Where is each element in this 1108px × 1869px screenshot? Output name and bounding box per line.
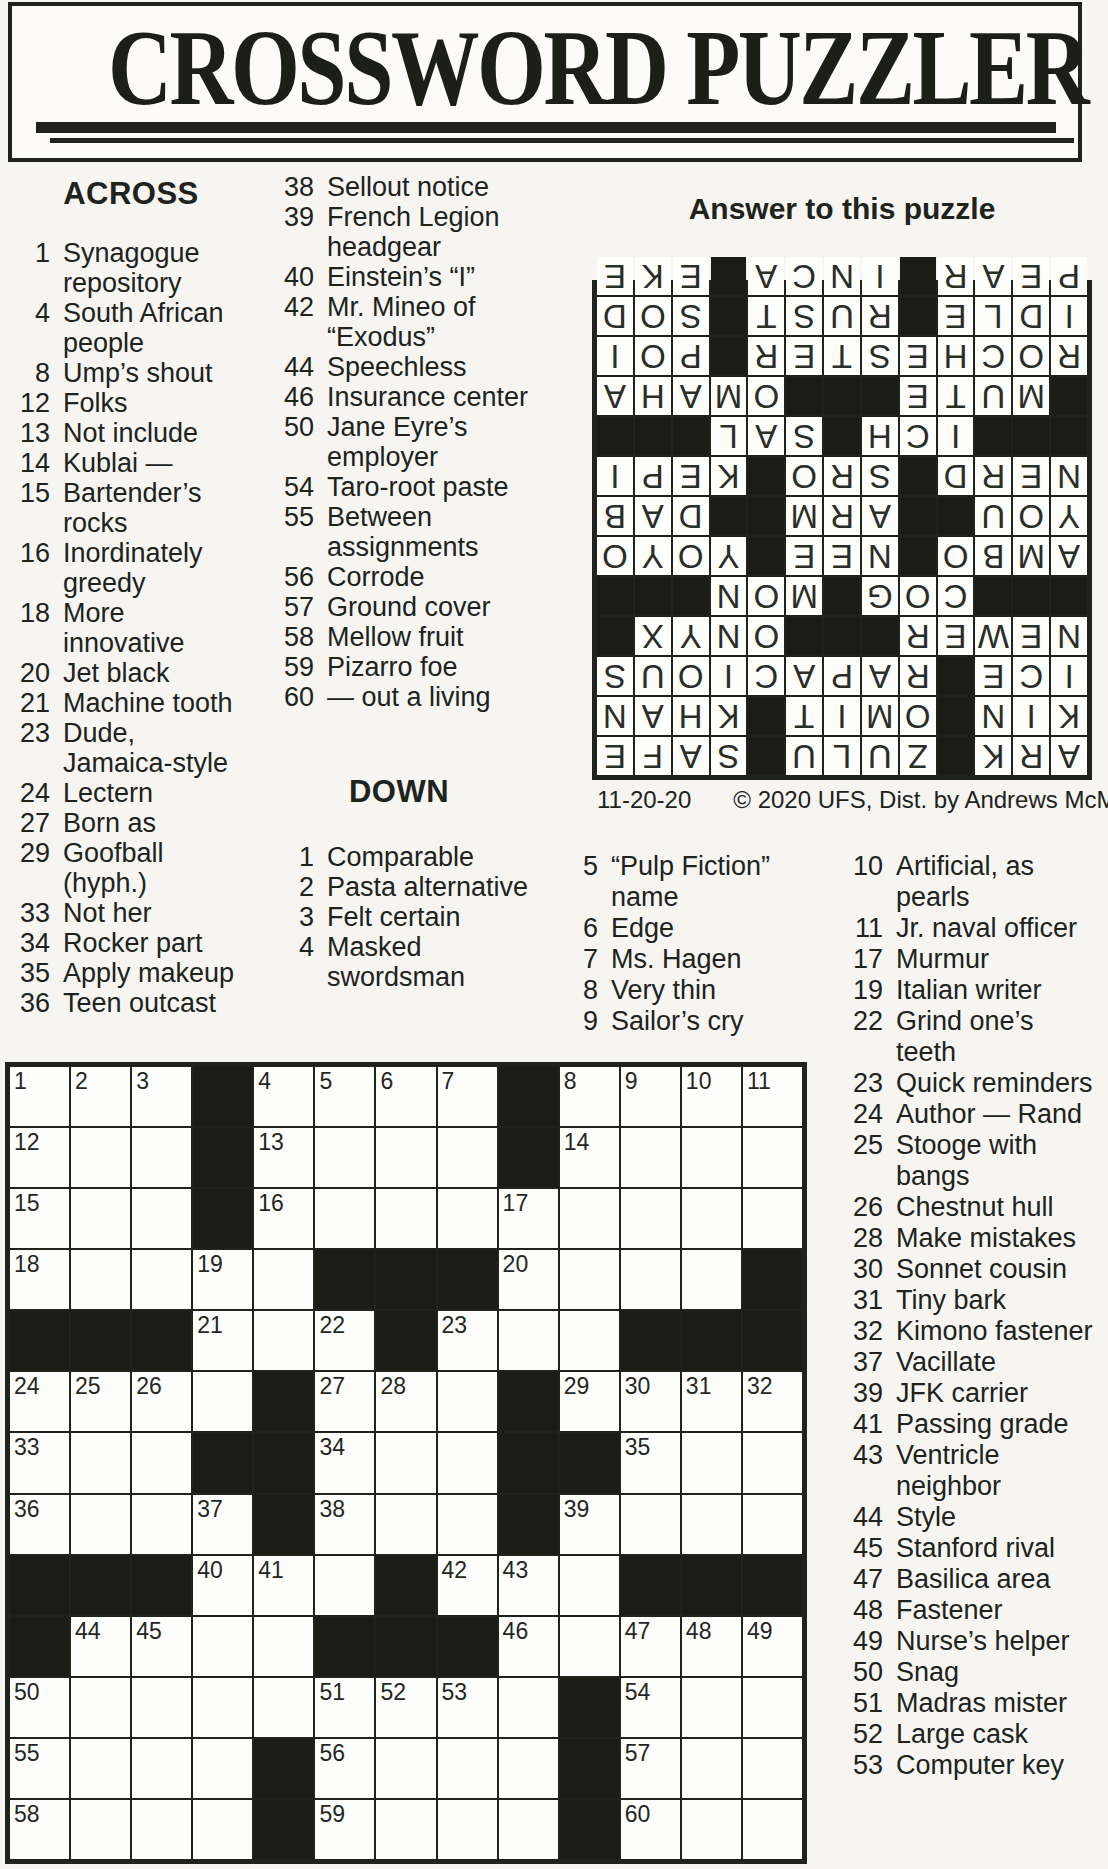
- answer-grid-cell-r12c4: E: [938, 297, 974, 335]
- main-grid-cell-r5c8[interactable]: 23: [438, 1311, 497, 1370]
- main-grid-cell-r5c9[interactable]: [499, 1311, 558, 1370]
- clue-number: 58: [264, 622, 327, 652]
- main-grid-cell-r6c8[interactable]: [438, 1372, 497, 1431]
- main-grid-cell-r4c4[interactable]: 19: [193, 1250, 252, 1309]
- main-grid-cell-r13c12[interactable]: [682, 1800, 741, 1859]
- main-grid-cell-r3c4-block: [193, 1189, 252, 1248]
- down-clue-28: 28Make mistakes: [833, 1223, 1108, 1254]
- clue-text: Mr. Mineo of “Exodus”: [327, 292, 532, 352]
- answer-grid-cell-r4c3: W: [975, 617, 1011, 655]
- main-grid-cell-r11c3[interactable]: [132, 1678, 191, 1737]
- clue-text: Quick reminders: [896, 1068, 1096, 1099]
- main-grid-cell-r1c7[interactable]: 6: [376, 1067, 435, 1126]
- answer-grid-cell-r8c4: D: [938, 457, 974, 495]
- main-grid-cell-r7c11[interactable]: 35: [621, 1433, 680, 1492]
- main-grid-cell-r8c13[interactable]: [743, 1495, 802, 1554]
- main-grid-cell-r1c5[interactable]: 4: [254, 1067, 313, 1126]
- main-grid-cell-r12c10-block: [560, 1739, 619, 1798]
- main-grid-cell-r4c12[interactable]: [682, 1250, 741, 1309]
- clue-text: Kublai —: [63, 448, 249, 478]
- masthead-rule-thin: [50, 138, 1074, 143]
- clue-text: Artificial, as pearls: [896, 851, 1096, 913]
- clue-number: 54: [264, 472, 327, 502]
- main-grid-cell-r4c5[interactable]: [254, 1250, 313, 1309]
- main-grid-cell-r10c2[interactable]: 44: [71, 1617, 130, 1676]
- clue-text: Murmur: [896, 944, 1096, 975]
- main-grid-cell-r11c1[interactable]: 50: [10, 1678, 69, 1737]
- clue-text: Very thin: [611, 975, 806, 1006]
- main-grid-cell-r7c10-block: [560, 1433, 619, 1492]
- down-clue-47: 47Basilica area: [833, 1564, 1108, 1595]
- cell-number-17: 17: [503, 1191, 529, 1215]
- main-grid-cell-r12c8[interactable]: [438, 1739, 497, 1798]
- across-clue-38: 38Sellout notice: [264, 172, 534, 202]
- cell-number-45: 45: [136, 1619, 162, 1643]
- clue-number: 33: [0, 898, 63, 928]
- main-grid-cell-r1c13[interactable]: 11: [743, 1067, 802, 1126]
- down-clue-52: 52Large cask: [833, 1719, 1108, 1750]
- clue-text: Mellow fruit: [327, 622, 532, 652]
- main-grid-cell-r10c10[interactable]: [560, 1617, 619, 1676]
- main-grid-cell-r2c12[interactable]: [682, 1128, 741, 1187]
- main-grid-cell-r4c6-block: [315, 1250, 374, 1309]
- cell-number-47: 47: [625, 1619, 651, 1643]
- answer-grid-cell-r12c1: I: [1051, 297, 1087, 335]
- main-grid-cell-r6c10[interactable]: 29: [560, 1372, 619, 1431]
- main-grid-cell-r7c6[interactable]: 34: [315, 1433, 374, 1492]
- main-grid-cell-r2c5[interactable]: 13: [254, 1128, 313, 1187]
- down-clue-45: 45Stanford rival: [833, 1533, 1108, 1564]
- main-grid-cell-r12c3[interactable]: [132, 1739, 191, 1798]
- cell-number-21: 21: [197, 1313, 223, 1337]
- across-clue-12: 12Folks: [0, 388, 250, 418]
- answer-grid-cell-r9c8: S: [786, 417, 822, 455]
- main-grid-cell-r12c1[interactable]: 55: [10, 1739, 69, 1798]
- across-clue-15: 15Bartender’s rocks: [0, 478, 250, 538]
- cell-number-34: 34: [319, 1435, 345, 1459]
- answer-grid-cell-r2c5: O: [900, 697, 936, 735]
- main-grid-cell-r6c11[interactable]: 30: [621, 1372, 680, 1431]
- answer-heading: Answer to this puzzle: [592, 192, 1092, 226]
- main-grid-cell-r11c11[interactable]: 54: [621, 1678, 680, 1737]
- main-grid-cell-r2c6[interactable]: [315, 1128, 374, 1187]
- main-grid-cell-r10c4[interactable]: [193, 1617, 252, 1676]
- main-grid-cell-r3c7[interactable]: [376, 1189, 435, 1248]
- main-grid-cell-r4c11[interactable]: [621, 1250, 680, 1309]
- clue-number: 46: [264, 382, 327, 412]
- answer-grid-cell-r5c8: M: [786, 577, 822, 615]
- main-grid-cell-r10c3[interactable]: 45: [132, 1617, 191, 1676]
- main-grid-cell-r11c5[interactable]: [254, 1678, 313, 1737]
- main-grid-cell-r7c3[interactable]: [132, 1433, 191, 1492]
- main-grid-cell-r3c11[interactable]: [621, 1189, 680, 1248]
- answer-grid-cell-r9c12-block: [635, 417, 671, 455]
- clue-text: Jane Eyre’s employer: [327, 412, 532, 472]
- clue-text: South African people: [63, 298, 249, 358]
- main-grid-cell-r1c3[interactable]: 3: [132, 1067, 191, 1126]
- clue-text: Grind one’s teeth: [896, 1006, 1096, 1068]
- main-grid-cell-r2c1[interactable]: 12: [10, 1128, 69, 1187]
- clue-number: 37: [833, 1347, 896, 1378]
- main-grid-cell-r1c1[interactable]: 1: [10, 1067, 69, 1126]
- main-grid-cell-r12c2[interactable]: [71, 1739, 130, 1798]
- answer-grid-cell-r6c4: O: [938, 537, 974, 575]
- answer-grid-cell-r13c7: N: [824, 257, 860, 295]
- clue-text: More innovative: [63, 598, 249, 658]
- main-grid-cell-r6c7[interactable]: 28: [376, 1372, 435, 1431]
- clue-text: Passing grade: [896, 1409, 1096, 1440]
- answer-grid-cell-r3c6: A: [862, 657, 898, 695]
- answer-grid-cell-r6c12: Y: [635, 537, 671, 575]
- clue-number: 43: [833, 1440, 896, 1502]
- main-grid-cell-r10c12[interactable]: 48: [682, 1617, 741, 1676]
- main-grid-cell-r8c8[interactable]: [438, 1495, 497, 1554]
- clue-text: Apply makeup: [63, 958, 249, 988]
- cell-number-55: 55: [14, 1741, 40, 1765]
- answer-grid-cell-r6c13: O: [597, 537, 633, 575]
- main-grid-cell-r9c11-block: [621, 1556, 680, 1615]
- main-grid-cell-r4c2[interactable]: [71, 1250, 130, 1309]
- cell-number-37: 37: [197, 1497, 223, 1521]
- main-grid-cell-r1c6[interactable]: 5: [315, 1067, 374, 1126]
- main-grid-cell-r2c8[interactable]: [438, 1128, 497, 1187]
- answer-grid-cell-r13c12: K: [635, 257, 671, 295]
- clue-text: Ground cover: [327, 592, 532, 622]
- main-grid-cell-r13c2[interactable]: [71, 1800, 130, 1859]
- main-grid-cell-r7c8[interactable]: [438, 1433, 497, 1492]
- main-grid-cell-r2c13[interactable]: [743, 1128, 802, 1187]
- main-grid-cell-r8c11[interactable]: [621, 1495, 680, 1554]
- answer-grid-cell-r10c13: A: [597, 377, 633, 415]
- cell-number-6: 6: [380, 1069, 393, 1093]
- cell-number-9: 9: [625, 1069, 638, 1093]
- main-grid-cell-r13c6[interactable]: 59: [315, 1800, 374, 1859]
- down-clue-3: 3Felt certain: [264, 902, 534, 932]
- main-grid-cell-r7c9-block: [499, 1433, 558, 1492]
- answer-grid-cell-r1c2: R: [1013, 737, 1049, 775]
- clue-text: Style: [896, 1502, 1096, 1533]
- clue-text: Born as: [63, 808, 249, 838]
- main-grid-cell-r6c6[interactable]: 27: [315, 1372, 374, 1431]
- main-grid-cell-r12c13[interactable]: [743, 1739, 802, 1798]
- answer-grid-cell-r7c9-block: [748, 497, 784, 535]
- main-grid-cell-r9c6[interactable]: [315, 1556, 374, 1615]
- clue-text: Masked swordsman: [327, 932, 532, 992]
- answer-grid-cell-r10c6-block: [862, 377, 898, 415]
- main-grid-cell-r1c2[interactable]: 2: [71, 1067, 130, 1126]
- answer-grid-cell-r6c10: Y: [711, 537, 747, 575]
- main-grid-cell-r10c7-block: [376, 1617, 435, 1676]
- answer-grid-cell-r1c1: A: [1051, 737, 1087, 775]
- answer-grid-cell-r13c13: E: [597, 257, 633, 295]
- cell-number-51: 51: [319, 1680, 345, 1704]
- cell-number-39: 39: [564, 1497, 590, 1521]
- clue-text: Pasta alternative: [327, 872, 532, 902]
- main-grid-cell-r4c9[interactable]: 20: [499, 1250, 558, 1309]
- main-grid-cell-r3c6[interactable]: [315, 1189, 374, 1248]
- main-grid-cell-r5c4[interactable]: 21: [193, 1311, 252, 1370]
- across-clue-40: 40Einstein’s “I”: [264, 262, 534, 292]
- main-grid-cell-r3c3[interactable]: [132, 1189, 191, 1248]
- clue-number: 31: [833, 1285, 896, 1316]
- answer-grid-cell-r9c9: A: [748, 417, 784, 455]
- answer-grid-cell-r2c12: A: [635, 697, 671, 735]
- main-grid-cell-r13c1[interactable]: 58: [10, 1800, 69, 1859]
- main-grid-cell-r12c6[interactable]: 56: [315, 1739, 374, 1798]
- clue-text: Make mistakes: [896, 1223, 1096, 1254]
- clue-text: Goofball (hyph.): [63, 838, 249, 898]
- main-grid-cell-r4c10[interactable]: [560, 1250, 619, 1309]
- main-grid-cell-r11c7[interactable]: 52: [376, 1678, 435, 1737]
- answer-grid-cell-r11c10-block: [711, 337, 747, 375]
- across-clue-54: 54Taro-root paste: [264, 472, 534, 502]
- across-clue-24: 24Lectern: [0, 778, 250, 808]
- clue-text: Machine tooth: [63, 688, 249, 718]
- main-grid-cell-r9c10[interactable]: [560, 1556, 619, 1615]
- cell-number-54: 54: [625, 1680, 651, 1704]
- main-grid-cell-r1c11[interactable]: 9: [621, 1067, 680, 1126]
- answer-grid-cell-r6c6: N: [862, 537, 898, 575]
- main-grid-cell-r13c9[interactable]: [499, 1800, 558, 1859]
- main-grid-cell-r10c13[interactable]: 49: [743, 1617, 802, 1676]
- clue-text: Teen outcast: [63, 988, 249, 1018]
- main-grid-cell-r13c4[interactable]: [193, 1800, 252, 1859]
- main-grid-cell-r7c2[interactable]: [71, 1433, 130, 1492]
- answer-grid-cell-r10c5: E: [900, 377, 936, 415]
- main-grid-cell-r1c8[interactable]: 7: [438, 1067, 497, 1126]
- main-grid-cell-r8c10[interactable]: 39: [560, 1495, 619, 1554]
- main-grid-cell-r6c4[interactable]: [193, 1372, 252, 1431]
- main-grid-cell-r3c12[interactable]: [682, 1189, 741, 1248]
- answer-grid-cell-r13c8: C: [786, 257, 822, 295]
- main-grid-cell-r9c4[interactable]: 40: [193, 1556, 252, 1615]
- clue-number: 35: [0, 958, 63, 988]
- answer-grid-cell-r8c8: O: [786, 457, 822, 495]
- across-clue-55: 55Between assignments: [264, 502, 534, 562]
- answer-grid-cell-r4c4: E: [938, 617, 974, 655]
- main-grid-cell-r9c5[interactable]: 41: [254, 1556, 313, 1615]
- main-grid-cell-r2c3[interactable]: [132, 1128, 191, 1187]
- main-grid-cell-r9c9[interactable]: 43: [499, 1556, 558, 1615]
- cell-number-43: 43: [503, 1558, 529, 1582]
- across-clue-39: 39French Legion headgear: [264, 202, 534, 262]
- puzzle-date: 11-20-20: [597, 786, 691, 814]
- answer-grid-cell-r6c9-block: [748, 537, 784, 575]
- answer-grid-cell-r7c3: U: [975, 497, 1011, 535]
- answer-grid-cell-r9c13-block: [597, 417, 633, 455]
- across-clue-36: 36Teen outcast: [0, 988, 250, 1018]
- main-grid-cell-r5c10[interactable]: [560, 1311, 619, 1370]
- across-clue-58: 58Mellow fruit: [264, 622, 534, 652]
- across-clue-27: 27Born as: [0, 808, 250, 838]
- answer-grid-cell-r9c4: I: [938, 417, 974, 455]
- cell-number-15: 15: [14, 1191, 40, 1215]
- answer-grid-cell-r8c12: P: [635, 457, 671, 495]
- main-grid-cell-r4c1[interactable]: 18: [10, 1250, 69, 1309]
- main-grid-cell-r11c8[interactable]: 53: [438, 1678, 497, 1737]
- answer-grid-cell-r1c8: U: [786, 737, 822, 775]
- main-grid-cell-r3c2[interactable]: [71, 1189, 130, 1248]
- main-grid-cell-r2c11[interactable]: [621, 1128, 680, 1187]
- answer-grid-cell-r1c12: F: [635, 737, 671, 775]
- main-grid-cell-r7c7[interactable]: [376, 1433, 435, 1492]
- main-grid-cell-r12c7[interactable]: [376, 1739, 435, 1798]
- main-grid-cell-r8c2[interactable]: [71, 1495, 130, 1554]
- main-grid-cell-r9c8[interactable]: 42: [438, 1556, 497, 1615]
- main-grid-cell-r8c3[interactable]: [132, 1495, 191, 1554]
- main-grid-cell-r11c2[interactable]: [71, 1678, 130, 1737]
- clue-number: 7: [548, 944, 611, 975]
- down-clue-39: 39JFK carrier: [833, 1378, 1108, 1409]
- main-grid-cell-r6c3[interactable]: 26: [132, 1372, 191, 1431]
- down-clue-4: 4Masked swordsman: [264, 932, 534, 992]
- clue-text: Nurse’s helper: [896, 1626, 1096, 1657]
- main-grid-cell-r10c5[interactable]: [254, 1617, 313, 1676]
- clue-number: 12: [0, 388, 63, 418]
- answer-grid-cell-r5c5: O: [900, 577, 936, 615]
- main-grid-cell-r6c1[interactable]: 24: [10, 1372, 69, 1431]
- clue-number: 8: [548, 975, 611, 1006]
- clue-number: 56: [264, 562, 327, 592]
- main-grid-cell-r2c2[interactable]: [71, 1128, 130, 1187]
- answer-grid-cell-r7c1: Y: [1051, 497, 1087, 535]
- down-clue-7: 7Ms. Hagen: [548, 944, 808, 975]
- main-grid-cell-r1c12[interactable]: 10: [682, 1067, 741, 1126]
- main-grid-cell-r10c11[interactable]: 47: [621, 1617, 680, 1676]
- across-clue-34: 34Rocker part: [0, 928, 250, 958]
- main-grid-cell-r13c8[interactable]: [438, 1800, 497, 1859]
- answer-grid-cell-r6c1: A: [1051, 537, 1087, 575]
- clue-text: Comparable: [327, 842, 532, 872]
- main-grid-cell-r10c9[interactable]: 46: [499, 1617, 558, 1676]
- main-grid-cell-r11c12[interactable]: [682, 1678, 741, 1737]
- answer-grid-cell-r5c10: N: [711, 577, 747, 615]
- clue-text: Stooge with bangs: [896, 1130, 1096, 1192]
- main-grid-cell-r12c4[interactable]: [193, 1739, 252, 1798]
- clue-number: 4: [264, 932, 327, 992]
- clue-number: 44: [833, 1502, 896, 1533]
- clue-text: Between assignments: [327, 502, 532, 562]
- main-grid-cell-r8c7[interactable]: [376, 1495, 435, 1554]
- answer-grid-cell-r12c11: S: [673, 297, 709, 335]
- answer-grid-cell-r11c11: P: [673, 337, 709, 375]
- answer-grid-rotated-180: ARKZULUSAFEKINOMITKHANICERAPACIOUSNEWERO…: [592, 280, 1092, 780]
- main-grid-cell-r8c4[interactable]: 37: [193, 1495, 252, 1554]
- down-clue-5: 5“Pulp Fiction” name: [548, 851, 808, 913]
- main-grid-cell-r2c7[interactable]: [376, 1128, 435, 1187]
- page-title: CROSSWORD PUZZLER: [108, 14, 982, 122]
- across-clues-column-2: 38Sellout notice39French Legion headgear…: [264, 172, 534, 712]
- answer-grid-cell-r2c11: H: [673, 697, 709, 735]
- main-grid-cell-r3c8[interactable]: [438, 1189, 497, 1248]
- clue-text: Fastener: [896, 1595, 1096, 1626]
- main-grid-cell-r5c6[interactable]: 22: [315, 1311, 374, 1370]
- answer-grid-cell-r6c8: E: [786, 537, 822, 575]
- answer-grid-cell-r12c2: D: [1013, 297, 1049, 335]
- main-grid-cell-r7c1[interactable]: 33: [10, 1433, 69, 1492]
- clue-number: 23: [0, 718, 63, 778]
- clue-text: Taro-root paste: [327, 472, 532, 502]
- main-grid-cell-r8c1[interactable]: 36: [10, 1495, 69, 1554]
- clue-text: Inordinately greedy: [63, 538, 249, 598]
- answer-grid-cell-r1c5: Z: [900, 737, 936, 775]
- clue-text: Not include: [63, 418, 249, 448]
- across-clue-44: 44Speechless: [264, 352, 534, 382]
- clue-text: Speechless: [327, 352, 532, 382]
- main-grid-cell-r12c12[interactable]: [682, 1739, 741, 1798]
- main-grid-cell-r13c7[interactable]: [376, 1800, 435, 1859]
- main-grid-cell-r6c2[interactable]: 25: [71, 1372, 130, 1431]
- main-grid-cell-r3c13[interactable]: [743, 1189, 802, 1248]
- down-clue-10: 10Artificial, as pearls: [833, 851, 1108, 913]
- clue-text: Chestnut hull: [896, 1192, 1096, 1223]
- clue-number: 24: [0, 778, 63, 808]
- main-grid-cell-r8c12[interactable]: [682, 1495, 741, 1554]
- answer-grid-cell-r7c7: R: [824, 497, 860, 535]
- clue-number: 23: [833, 1068, 896, 1099]
- main-grid-cell-r3c1[interactable]: 15: [10, 1189, 69, 1248]
- main-grid-cell-r12c11[interactable]: 57: [621, 1739, 680, 1798]
- main-grid-cell-r11c13[interactable]: [743, 1678, 802, 1737]
- main-grid-cell-r5c7-block: [376, 1311, 435, 1370]
- main-grid-cell-r6c12[interactable]: 31: [682, 1372, 741, 1431]
- main-grid-cell-r13c13[interactable]: [743, 1800, 802, 1859]
- clue-number: 30: [833, 1254, 896, 1285]
- main-grid-cell-r11c4[interactable]: [193, 1678, 252, 1737]
- answer-grid-cell-r6c3: B: [975, 537, 1011, 575]
- main-grid-cell-r5c5[interactable]: [254, 1311, 313, 1370]
- down-clue-8: 8Very thin: [548, 975, 808, 1006]
- main-grid-cell-r12c9[interactable]: [499, 1739, 558, 1798]
- main-grid-cell-r7c13[interactable]: [743, 1433, 802, 1492]
- down-clue-53: 53Computer key: [833, 1750, 1108, 1781]
- answer-grid-cell-r10c12: H: [635, 377, 671, 415]
- main-grid-cell-r8c5-block: [254, 1495, 313, 1554]
- answer-grid-cell-r11c1: R: [1051, 337, 1087, 375]
- clue-number: 42: [264, 292, 327, 352]
- main-grid-cell-r7c12[interactable]: [682, 1433, 741, 1492]
- main-grid-cell-r3c5[interactable]: 16: [254, 1189, 313, 1248]
- main-grid-cell-r11c9[interactable]: [499, 1678, 558, 1737]
- main-grid-cell-r11c6[interactable]: 51: [315, 1678, 374, 1737]
- main-grid-cell-r13c11[interactable]: 60: [621, 1800, 680, 1859]
- main-grid-cell-r1c10[interactable]: 8: [560, 1067, 619, 1126]
- answer-grid-cell-r7c12: A: [635, 497, 671, 535]
- across-clue-1: 1Synagogue repository: [0, 238, 250, 298]
- answer-grid-cell-r10c8-block: [786, 377, 822, 415]
- cell-number-59: 59: [319, 1802, 345, 1826]
- clue-number: 10: [833, 851, 896, 913]
- answer-grid-cell-r1c10: S: [711, 737, 747, 775]
- clue-text: Pizarro foe: [327, 652, 532, 682]
- answer-grid-cell-r11c2: O: [1013, 337, 1049, 375]
- main-grid-cell-r6c13[interactable]: 32: [743, 1372, 802, 1431]
- down-clue-41: 41Passing grade: [833, 1409, 1108, 1440]
- main-grid-cell-r4c3[interactable]: [132, 1250, 191, 1309]
- clue-text: Rocker part: [63, 928, 249, 958]
- across-clue-23: 23Dude, Jamaica-style: [0, 718, 250, 778]
- clue-text: Bartender’s rocks: [63, 478, 249, 538]
- clue-text: Lectern: [63, 778, 249, 808]
- main-grid-cell-r8c6[interactable]: 38: [315, 1495, 374, 1554]
- down-clue-31: 31Tiny bark: [833, 1285, 1108, 1316]
- main-grid-cell-r13c3[interactable]: [132, 1800, 191, 1859]
- clue-text: Vacillate: [896, 1347, 1096, 1378]
- main-grid-cell-r2c10[interactable]: 14: [560, 1128, 619, 1187]
- main-grid-cell-r3c10[interactable]: [560, 1189, 619, 1248]
- main-grid-cell-r3c9[interactable]: 17: [499, 1189, 558, 1248]
- cell-number-13: 13: [258, 1130, 284, 1154]
